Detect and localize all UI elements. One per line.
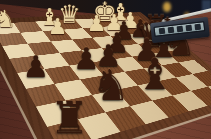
clock-display-segment	[167, 27, 174, 34]
clock-display-segment	[158, 28, 165, 35]
clock-lcd-display	[153, 21, 205, 37]
clock-display-segment	[194, 24, 201, 31]
clock-display-segment	[176, 26, 183, 33]
background-light-blob	[163, 2, 171, 12]
clock-display-segment	[185, 25, 192, 32]
chess-photo-scene: ♞♝♛♚♝♟♟♟♟♟♟♜♟♛♚♟♟♟♟♝♞♞♝♜	[0, 0, 211, 139]
